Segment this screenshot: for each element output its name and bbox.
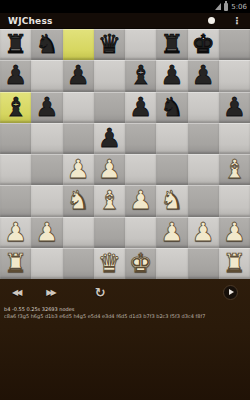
black-pawn-a7[interactable]: ♟ <box>4 60 27 91</box>
square-g5[interactable] <box>188 123 219 154</box>
square-d4[interactable]: ♟ <box>94 154 125 185</box>
black-pawn-e6[interactable]: ♟ <box>129 92 152 123</box>
black-bishop-e7[interactable]: ♝ <box>129 60 152 91</box>
square-h8[interactable] <box>219 29 250 60</box>
square-c7[interactable]: ♟ <box>63 60 94 91</box>
square-h7[interactable] <box>219 60 250 91</box>
black-knight-b8[interactable]: ♞ <box>35 29 58 60</box>
black-bishop-a6[interactable]: ♝ <box>4 92 27 123</box>
toolbar: ◀◀ ▶▶ ↻ <box>0 279 250 305</box>
overflow-menu-icon[interactable]: ⋮ <box>232 16 242 26</box>
square-a8[interactable]: ♜ <box>0 29 31 60</box>
play-triangle-icon <box>229 289 234 295</box>
square-c1[interactable] <box>63 248 94 279</box>
square-b4[interactable] <box>31 154 62 185</box>
square-h3[interactable] <box>219 185 250 216</box>
square-a6[interactable]: ♝ <box>0 92 31 123</box>
black-knight-f6[interactable]: ♞ <box>160 92 183 123</box>
square-g4[interactable] <box>188 154 219 185</box>
square-f8[interactable]: ♜ <box>156 29 187 60</box>
square-f6[interactable]: ♞ <box>156 92 187 123</box>
white-pawn-d4[interactable]: ♟ <box>98 154 121 185</box>
square-g1[interactable] <box>188 248 219 279</box>
black-pawn-d5[interactable]: ♟ <box>98 123 121 154</box>
square-f1[interactable] <box>156 248 187 279</box>
white-rook-h1[interactable]: ♜ <box>223 248 246 279</box>
square-c8[interactable] <box>63 29 94 60</box>
black-rook-f8[interactable]: ♜ <box>160 29 183 60</box>
square-a2[interactable]: ♟ <box>0 217 31 248</box>
screen: 5:06 WJChess ⋮ ♜♞♛♜♚♟♟♝♟♟♝♟♟♞♟♟♟♟♝♞♝♟♞♟♟… <box>0 0 250 400</box>
square-d7[interactable] <box>94 60 125 91</box>
square-f3[interactable]: ♞ <box>156 185 187 216</box>
square-e1[interactable]: ♚ <box>125 248 156 279</box>
square-g7[interactable]: ♟ <box>188 60 219 91</box>
action-bar: WJChess ⋮ <box>0 13 250 29</box>
square-c5[interactable] <box>63 123 94 154</box>
black-queen-d8[interactable]: ♛ <box>98 29 121 60</box>
square-f4[interactable] <box>156 154 187 185</box>
square-a1[interactable]: ♜ <box>0 248 31 279</box>
square-c4[interactable]: ♟ <box>63 154 94 185</box>
black-pawn-c7[interactable]: ♟ <box>66 60 89 91</box>
play-button-icon[interactable] <box>223 285 238 300</box>
square-c3[interactable]: ♞ <box>63 185 94 216</box>
square-f5[interactable] <box>156 123 187 154</box>
white-pawn-c4[interactable]: ♟ <box>66 154 89 185</box>
status-time: 5:06 <box>231 3 247 11</box>
app-title: WJChess <box>8 16 208 26</box>
white-bishop-d3[interactable]: ♝ <box>98 185 121 216</box>
engine-summary: b4 -0.55 0.25s 32693 nodes <box>4 306 246 313</box>
square-b2[interactable]: ♟ <box>31 217 62 248</box>
white-knight-f3[interactable]: ♞ <box>160 185 183 216</box>
white-pawn-a2[interactable]: ♟ <box>4 217 27 248</box>
square-e4[interactable] <box>125 154 156 185</box>
white-queen-d1[interactable]: ♛ <box>98 248 121 279</box>
square-f7[interactable]: ♟ <box>156 60 187 91</box>
black-pawn-b6[interactable]: ♟ <box>35 92 58 123</box>
fast-forward-icon[interactable]: ▶▶ <box>46 288 54 297</box>
square-b6[interactable]: ♟ <box>31 92 62 123</box>
black-pawn-f7[interactable]: ♟ <box>160 60 183 91</box>
engine-output: b4 -0.55 0.25s 32693 nodes c8a6 f3g5 h6g… <box>0 305 250 320</box>
square-d6[interactable] <box>94 92 125 123</box>
square-b5[interactable] <box>31 123 62 154</box>
square-d8[interactable]: ♛ <box>94 29 125 60</box>
square-e5[interactable] <box>125 123 156 154</box>
square-d5[interactable]: ♟ <box>94 123 125 154</box>
square-g3[interactable] <box>188 185 219 216</box>
rewind-icon[interactable]: ◀◀ <box>12 288 20 297</box>
white-pawn-g2[interactable]: ♟ <box>191 217 214 248</box>
square-c2[interactable] <box>63 217 94 248</box>
square-c6[interactable] <box>63 92 94 123</box>
chess-board[interactable]: ♜♞♛♜♚♟♟♝♟♟♝♟♟♞♟♟♟♟♝♞♝♟♞♟♟♟♟♟♜♛♚♜ <box>0 29 250 279</box>
status-bar: 5:06 <box>0 0 250 13</box>
square-d1[interactable]: ♛ <box>94 248 125 279</box>
square-g8[interactable]: ♚ <box>188 29 219 60</box>
square-h1[interactable]: ♜ <box>219 248 250 279</box>
white-knight-c3[interactable]: ♞ <box>66 185 89 216</box>
white-pawn-b2[interactable]: ♟ <box>35 217 58 248</box>
square-b3[interactable] <box>31 185 62 216</box>
black-king-g8[interactable]: ♚ <box>191 29 214 60</box>
square-e3[interactable]: ♟ <box>125 185 156 216</box>
square-e6[interactable]: ♟ <box>125 92 156 123</box>
signal-icon <box>215 3 221 10</box>
square-b7[interactable] <box>31 60 62 91</box>
white-turn-indicator-icon <box>208 17 215 24</box>
white-pawn-h2[interactable]: ♟ <box>223 217 246 248</box>
square-f2[interactable]: ♟ <box>156 217 187 248</box>
white-pawn-e3[interactable]: ♟ <box>129 185 152 216</box>
square-d2[interactable] <box>94 217 125 248</box>
square-a7[interactable]: ♟ <box>0 60 31 91</box>
square-e2[interactable] <box>125 217 156 248</box>
white-pawn-f2[interactable]: ♟ <box>160 217 183 248</box>
black-pawn-h6[interactable]: ♟ <box>223 92 246 123</box>
square-g2[interactable]: ♟ <box>188 217 219 248</box>
square-g6[interactable] <box>188 92 219 123</box>
square-d3[interactable]: ♝ <box>94 185 125 216</box>
white-king-e1[interactable]: ♚ <box>129 248 152 279</box>
refresh-icon[interactable]: ↻ <box>95 285 106 300</box>
black-rook-a8[interactable]: ♜ <box>4 29 27 60</box>
square-b1[interactable] <box>31 248 62 279</box>
square-h2[interactable]: ♟ <box>219 217 250 248</box>
square-h6[interactable]: ♟ <box>219 92 250 123</box>
white-bishop-h4[interactable]: ♝ <box>223 154 246 185</box>
square-h5[interactable] <box>219 123 250 154</box>
square-a4[interactable] <box>0 154 31 185</box>
square-h4[interactable]: ♝ <box>219 154 250 185</box>
battery-icon <box>224 3 228 11</box>
square-b8[interactable]: ♞ <box>31 29 62 60</box>
engine-pv: c8a6 f3g5 h6g5 d1b3 e6d5 h4g5 e5d4 e3d4 … <box>4 313 246 319</box>
white-rook-a1[interactable]: ♜ <box>4 248 27 279</box>
black-pawn-g7[interactable]: ♟ <box>191 60 214 91</box>
square-e7[interactable]: ♝ <box>125 60 156 91</box>
square-a5[interactable] <box>0 123 31 154</box>
square-a3[interactable] <box>0 185 31 216</box>
square-e8[interactable] <box>125 29 156 60</box>
